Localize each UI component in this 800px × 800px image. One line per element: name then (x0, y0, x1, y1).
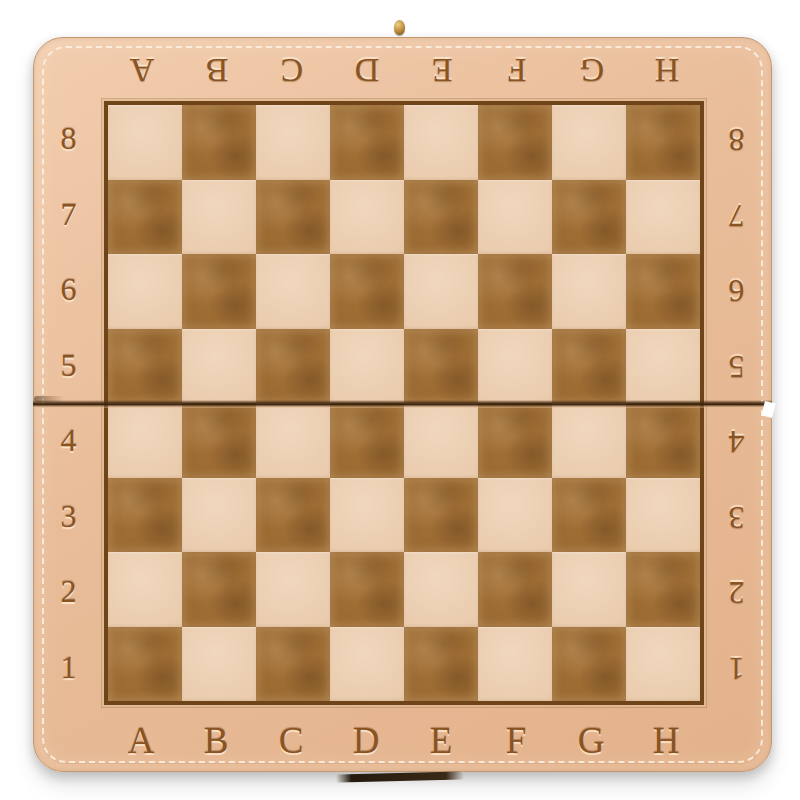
clasp-pin-icon (394, 20, 405, 35)
hinge-gap-left-icon (34, 396, 64, 402)
square-c6[interactable] (256, 254, 330, 329)
square-h1[interactable] (626, 627, 700, 702)
square-f4[interactable] (478, 403, 552, 478)
square-a5[interactable] (108, 329, 182, 404)
file-label-bottom-c: C (254, 712, 329, 768)
rank-label-right-1: 1 (703, 630, 769, 706)
square-d7[interactable] (330, 180, 404, 255)
square-a6[interactable] (108, 254, 182, 329)
square-c7[interactable] (256, 180, 330, 255)
file-label-top-a: A (104, 44, 179, 96)
square-h4[interactable] (626, 403, 700, 478)
page-background: { "game": { "name": "chess", "descriptio… (0, 0, 800, 800)
square-b3[interactable] (182, 478, 256, 553)
square-g1[interactable] (552, 627, 626, 702)
square-f5[interactable] (478, 329, 552, 404)
latch-clasp-icon (336, 771, 464, 782)
square-d2[interactable] (330, 552, 404, 627)
file-label-top-e: E (404, 44, 479, 96)
square-g6[interactable] (552, 254, 626, 329)
rank-label-right-5: 5 (703, 328, 769, 404)
file-label-top-g: G (554, 44, 629, 96)
rank-label-left-1: 1 (36, 630, 102, 706)
square-h2[interactable] (626, 552, 700, 627)
file-label-top-f: F (479, 44, 554, 96)
square-a8[interactable] (108, 105, 182, 180)
file-label-bottom-f: F (479, 712, 554, 768)
square-f3[interactable] (478, 478, 552, 553)
square-d4[interactable] (330, 403, 404, 478)
square-f6[interactable] (478, 254, 552, 329)
square-c4[interactable] (256, 403, 330, 478)
file-label-bottom-e: E (404, 712, 479, 768)
square-e8[interactable] (404, 105, 478, 180)
file-label-top-d: D (329, 44, 404, 96)
rank-label-right-2: 2 (703, 554, 769, 630)
folding-chessboard: ABCDEFGH ABCDEFGH 87654321 87654321 (33, 37, 772, 772)
file-label-top-h: H (629, 44, 704, 96)
square-c2[interactable] (256, 552, 330, 627)
square-b1[interactable] (182, 627, 256, 702)
hinge-gap-right-icon (761, 401, 775, 418)
square-d3[interactable] (330, 478, 404, 553)
square-c5[interactable] (256, 329, 330, 404)
file-label-top-b: B (179, 44, 254, 96)
rank-label-left-4: 4 (36, 403, 102, 479)
square-d1[interactable] (330, 627, 404, 702)
square-a7[interactable] (108, 180, 182, 255)
square-a2[interactable] (108, 552, 182, 627)
square-e6[interactable] (404, 254, 478, 329)
file-label-bottom-g: G (554, 712, 629, 768)
square-g8[interactable] (552, 105, 626, 180)
hinge-seam (33, 400, 772, 408)
rank-label-right-8: 8 (703, 101, 769, 177)
square-e5[interactable] (404, 329, 478, 404)
square-h6[interactable] (626, 254, 700, 329)
square-b2[interactable] (182, 552, 256, 627)
square-g3[interactable] (552, 478, 626, 553)
square-h3[interactable] (626, 478, 700, 553)
square-a3[interactable] (108, 478, 182, 553)
square-e2[interactable] (404, 552, 478, 627)
square-c1[interactable] (256, 627, 330, 702)
square-a1[interactable] (108, 627, 182, 702)
file-label-top-c: C (254, 44, 329, 96)
square-b8[interactable] (182, 105, 256, 180)
rank-label-left-6: 6 (36, 252, 102, 328)
file-label-bottom-d: D (329, 712, 404, 768)
square-e3[interactable] (404, 478, 478, 553)
square-f1[interactable] (478, 627, 552, 702)
square-g5[interactable] (552, 329, 626, 404)
file-label-bottom-a: A (104, 712, 179, 768)
rank-label-left-5: 5 (36, 328, 102, 404)
square-f8[interactable] (478, 105, 552, 180)
square-d8[interactable] (330, 105, 404, 180)
square-d5[interactable] (330, 329, 404, 404)
square-e7[interactable] (404, 180, 478, 255)
square-e4[interactable] (404, 403, 478, 478)
rank-label-left-3: 3 (36, 479, 102, 555)
square-f2[interactable] (478, 552, 552, 627)
rank-label-right-3: 3 (703, 479, 769, 555)
square-c3[interactable] (256, 478, 330, 553)
file-labels-bottom: ABCDEFGH (104, 712, 704, 768)
rank-label-left-8: 8 (36, 101, 102, 177)
square-g4[interactable] (552, 403, 626, 478)
square-f7[interactable] (478, 180, 552, 255)
square-h5[interactable] (626, 329, 700, 404)
square-b7[interactable] (182, 180, 256, 255)
square-c8[interactable] (256, 105, 330, 180)
rank-label-left-7: 7 (36, 177, 102, 253)
square-d6[interactable] (330, 254, 404, 329)
square-h7[interactable] (626, 180, 700, 255)
file-label-bottom-b: B (179, 712, 254, 768)
square-h8[interactable] (626, 105, 700, 180)
rank-label-right-7: 7 (703, 177, 769, 253)
rank-label-left-2: 2 (36, 554, 102, 630)
file-labels-top: ABCDEFGH (104, 44, 704, 96)
square-e1[interactable] (404, 627, 478, 702)
square-b6[interactable] (182, 254, 256, 329)
file-label-bottom-h: H (629, 712, 704, 768)
square-b4[interactable] (182, 403, 256, 478)
rank-label-right-6: 6 (703, 252, 769, 328)
square-b5[interactable] (182, 329, 256, 404)
square-g7[interactable] (552, 180, 626, 255)
square-a4[interactable] (108, 403, 182, 478)
rank-label-right-4: 4 (703, 403, 769, 479)
square-g2[interactable] (552, 552, 626, 627)
